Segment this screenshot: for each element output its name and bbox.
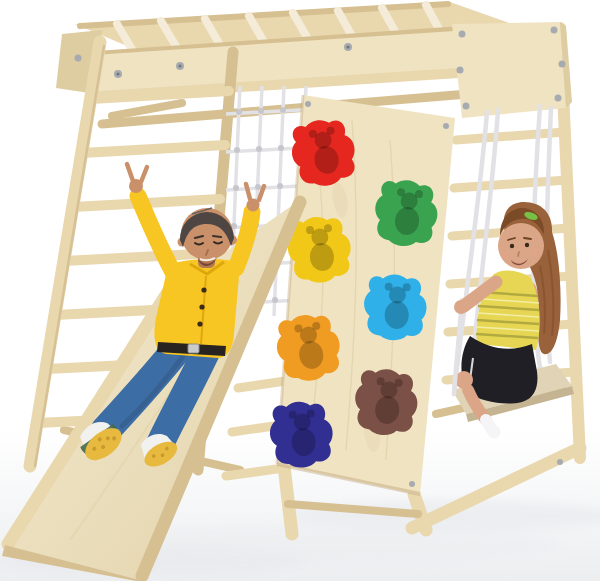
corner-panel-board [452,22,566,118]
girl-blush-left [502,251,510,259]
product-photo [0,0,600,581]
girl-nose [518,252,519,256]
girl-eye-right [525,243,529,247]
girl-blush-right [530,248,538,256]
girl-eye-left [510,244,514,248]
girl-foot [488,426,501,439]
base-bolt-2 [557,459,563,465]
climbing-hold-blue [363,273,428,341]
girl-hand-on-rope [454,300,468,314]
right-corner-panel [452,22,572,118]
belt-buckle [188,344,199,353]
girl-face [498,223,544,269]
